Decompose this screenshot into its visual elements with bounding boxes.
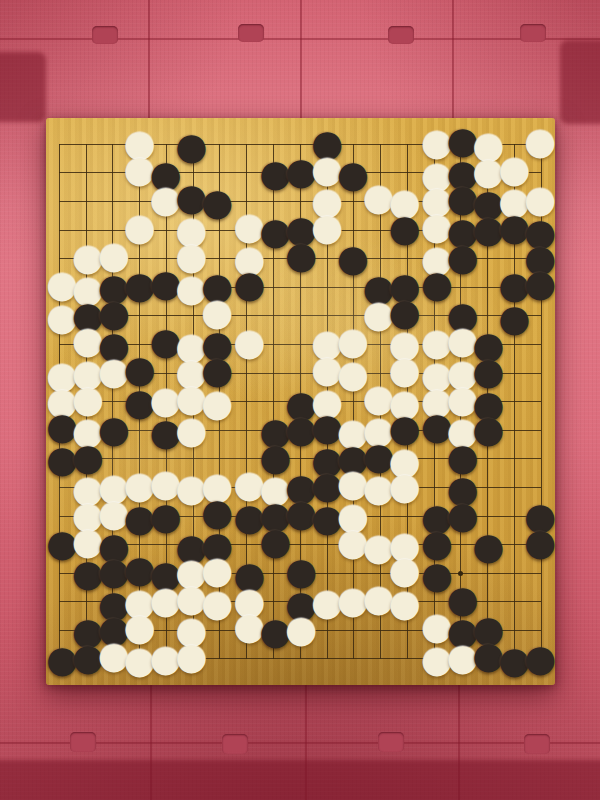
point-r15c17[interactable]: ●	[474, 530, 501, 559]
point-r5c10[interactable]: ●	[287, 244, 314, 273]
mat-knob	[378, 732, 404, 752]
point-r17c19[interactable]	[528, 588, 555, 617]
mat-seam	[148, 0, 150, 120]
point-r3c1[interactable]	[46, 187, 73, 216]
black-stone[interactable]: ●	[520, 523, 560, 563]
point-r8c8[interactable]: ●	[233, 330, 260, 359]
point-r19c19[interactable]: ●	[528, 645, 555, 674]
point-r3c2[interactable]	[73, 187, 100, 216]
white-stone[interactable]: ●	[171, 411, 211, 451]
mat-seam	[452, 0, 454, 120]
point-r18c10[interactable]: ●	[287, 616, 314, 645]
point-r12c19[interactable]	[528, 445, 555, 474]
point-r9c19[interactable]	[528, 359, 555, 388]
black-stone[interactable]: ●	[520, 639, 560, 679]
point-r1c2[interactable]	[73, 130, 100, 159]
point-r1c1[interactable]	[46, 130, 73, 159]
point-r19c12[interactable]	[340, 645, 367, 674]
point-r10c19[interactable]	[528, 387, 555, 416]
point-r2c2[interactable]	[73, 159, 100, 188]
mat-seam	[0, 38, 600, 40]
mat-shadow	[0, 52, 46, 122]
mat-knob	[238, 24, 264, 42]
go-board: ●●●●●●●●●●●●●●●●●●●●●●●●●●●●●●●●●●●●●●●●…	[46, 118, 555, 685]
mat-knob	[524, 734, 550, 754]
point-r6c19[interactable]: ●	[528, 273, 555, 302]
black-stone[interactable]: ●	[469, 526, 509, 566]
white-stone[interactable]: ●	[171, 637, 211, 677]
white-stone[interactable]: ●	[281, 610, 321, 650]
mat-knob	[222, 734, 248, 754]
mat-shadow	[0, 760, 600, 800]
point-r19c13[interactable]	[367, 645, 394, 674]
mat-knob	[92, 26, 118, 44]
point-r11c19[interactable]	[528, 416, 555, 445]
point-r11c6[interactable]: ●	[180, 416, 207, 445]
mat-knob	[70, 732, 96, 752]
point-r6c10[interactable]	[287, 273, 314, 302]
mat-seam	[300, 0, 302, 120]
point-r2c1[interactable]	[46, 159, 73, 188]
go-grid: ●●●●●●●●●●●●●●●●●●●●●●●●●●●●●●●●●●●●●●●●…	[46, 130, 555, 673]
hoshi-point	[458, 571, 463, 576]
point-r6c8[interactable]: ●	[233, 273, 260, 302]
black-stone[interactable]: ●	[281, 236, 321, 276]
mat-knob	[388, 26, 414, 44]
point-r15c19[interactable]: ●	[528, 530, 555, 559]
mat-shadow	[560, 40, 600, 124]
point-r19c6[interactable]: ●	[180, 645, 207, 674]
mat-knob	[520, 24, 546, 42]
